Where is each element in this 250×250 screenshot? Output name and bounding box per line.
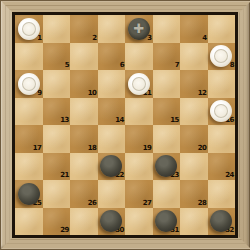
square-25[interactable]: 25	[15, 180, 43, 208]
square-number: 13	[60, 117, 69, 124]
light-square	[125, 43, 153, 71]
square-16[interactable]: 16	[208, 98, 236, 126]
light-square	[208, 180, 236, 208]
square-31[interactable]: 31	[153, 208, 181, 236]
square-number: 21	[60, 172, 69, 179]
light-square	[98, 180, 126, 208]
square-2[interactable]: 2	[70, 15, 98, 43]
square-12[interactable]: 12	[180, 70, 208, 98]
square-4[interactable]: 4	[180, 15, 208, 43]
light-square	[180, 208, 208, 236]
square-number: 28	[198, 200, 207, 207]
square-5[interactable]: 5	[43, 43, 71, 71]
square-15[interactable]: 15	[153, 98, 181, 126]
square-number: 9	[37, 90, 41, 97]
square-19[interactable]: 19	[125, 125, 153, 153]
light-square	[70, 208, 98, 236]
black-man[interactable]	[210, 210, 232, 232]
square-3[interactable]: 3✚	[125, 15, 153, 43]
light-square	[15, 43, 43, 71]
square-number: 18	[88, 145, 97, 152]
square-29[interactable]: 29	[43, 208, 71, 236]
square-number: 12	[198, 90, 207, 97]
light-square	[70, 98, 98, 126]
square-11[interactable]: 11	[125, 70, 153, 98]
white-man[interactable]	[18, 18, 40, 40]
light-square	[98, 15, 126, 43]
light-square	[208, 125, 236, 153]
white-man[interactable]	[128, 73, 150, 95]
square-17[interactable]: 17	[15, 125, 43, 153]
light-square	[125, 98, 153, 126]
square-32[interactable]: 32	[208, 208, 236, 236]
square-number: 4	[202, 35, 206, 42]
square-28[interactable]: 28	[180, 180, 208, 208]
light-square	[98, 70, 126, 98]
light-square	[180, 98, 208, 126]
square-23[interactable]: 23	[153, 153, 181, 181]
square-number: 2	[92, 35, 96, 42]
square-7[interactable]: 7	[153, 43, 181, 71]
light-square	[153, 15, 181, 43]
square-number: 10	[88, 90, 97, 97]
square-number: 24	[225, 172, 234, 179]
black-man[interactable]	[100, 155, 122, 177]
square-18[interactable]: 18	[70, 125, 98, 153]
square-9[interactable]: 9	[15, 70, 43, 98]
square-20[interactable]: 20	[180, 125, 208, 153]
light-square	[70, 153, 98, 181]
square-1[interactable]: 1	[15, 15, 43, 43]
light-square	[43, 15, 71, 43]
checkers-board: 123✚456789101112131415161718192021222324…	[0, 0, 250, 250]
square-number: 27	[143, 200, 152, 207]
square-13[interactable]: 13	[43, 98, 71, 126]
square-number: 7	[175, 62, 179, 69]
square-30[interactable]: 30	[98, 208, 126, 236]
square-22[interactable]: 22	[98, 153, 126, 181]
square-number: 20	[198, 145, 207, 152]
square-21[interactable]: 21	[43, 153, 71, 181]
light-square	[43, 180, 71, 208]
light-square	[208, 70, 236, 98]
black-man[interactable]	[18, 183, 40, 205]
light-square	[98, 125, 126, 153]
square-number: 14	[115, 117, 124, 124]
light-square	[153, 125, 181, 153]
light-square	[15, 208, 43, 236]
square-26[interactable]: 26	[70, 180, 98, 208]
black-man[interactable]	[155, 155, 177, 177]
square-number: 8	[230, 62, 234, 69]
square-number: 6	[120, 62, 124, 69]
square-14[interactable]: 14	[98, 98, 126, 126]
black-king[interactable]: ✚	[128, 18, 150, 40]
board-grid: 123✚456789101112131415161718192021222324…	[15, 15, 235, 235]
light-square	[43, 70, 71, 98]
light-square	[125, 208, 153, 236]
light-square	[153, 180, 181, 208]
black-man[interactable]	[100, 210, 122, 232]
light-square	[180, 153, 208, 181]
white-man[interactable]	[210, 45, 232, 67]
light-square	[15, 153, 43, 181]
light-square	[180, 43, 208, 71]
square-number: 26	[88, 200, 97, 207]
square-24[interactable]: 24	[208, 153, 236, 181]
light-square	[70, 43, 98, 71]
square-27[interactable]: 27	[125, 180, 153, 208]
square-number: 1	[37, 35, 41, 42]
white-man[interactable]	[210, 100, 232, 122]
square-6[interactable]: 6	[98, 43, 126, 71]
square-number: 5	[65, 62, 69, 69]
king-crown-icon: ✚	[133, 22, 144, 35]
square-number: 29	[60, 227, 69, 234]
light-square	[43, 125, 71, 153]
black-man[interactable]	[155, 210, 177, 232]
square-number: 17	[33, 145, 42, 152]
square-number: 3	[147, 35, 151, 42]
light-square	[125, 153, 153, 181]
square-number: 19	[143, 145, 152, 152]
square-8[interactable]: 8	[208, 43, 236, 71]
light-square	[208, 15, 236, 43]
square-10[interactable]: 10	[70, 70, 98, 98]
light-square	[15, 98, 43, 126]
square-number: 15	[170, 117, 179, 124]
white-man[interactable]	[18, 73, 40, 95]
light-square	[153, 70, 181, 98]
